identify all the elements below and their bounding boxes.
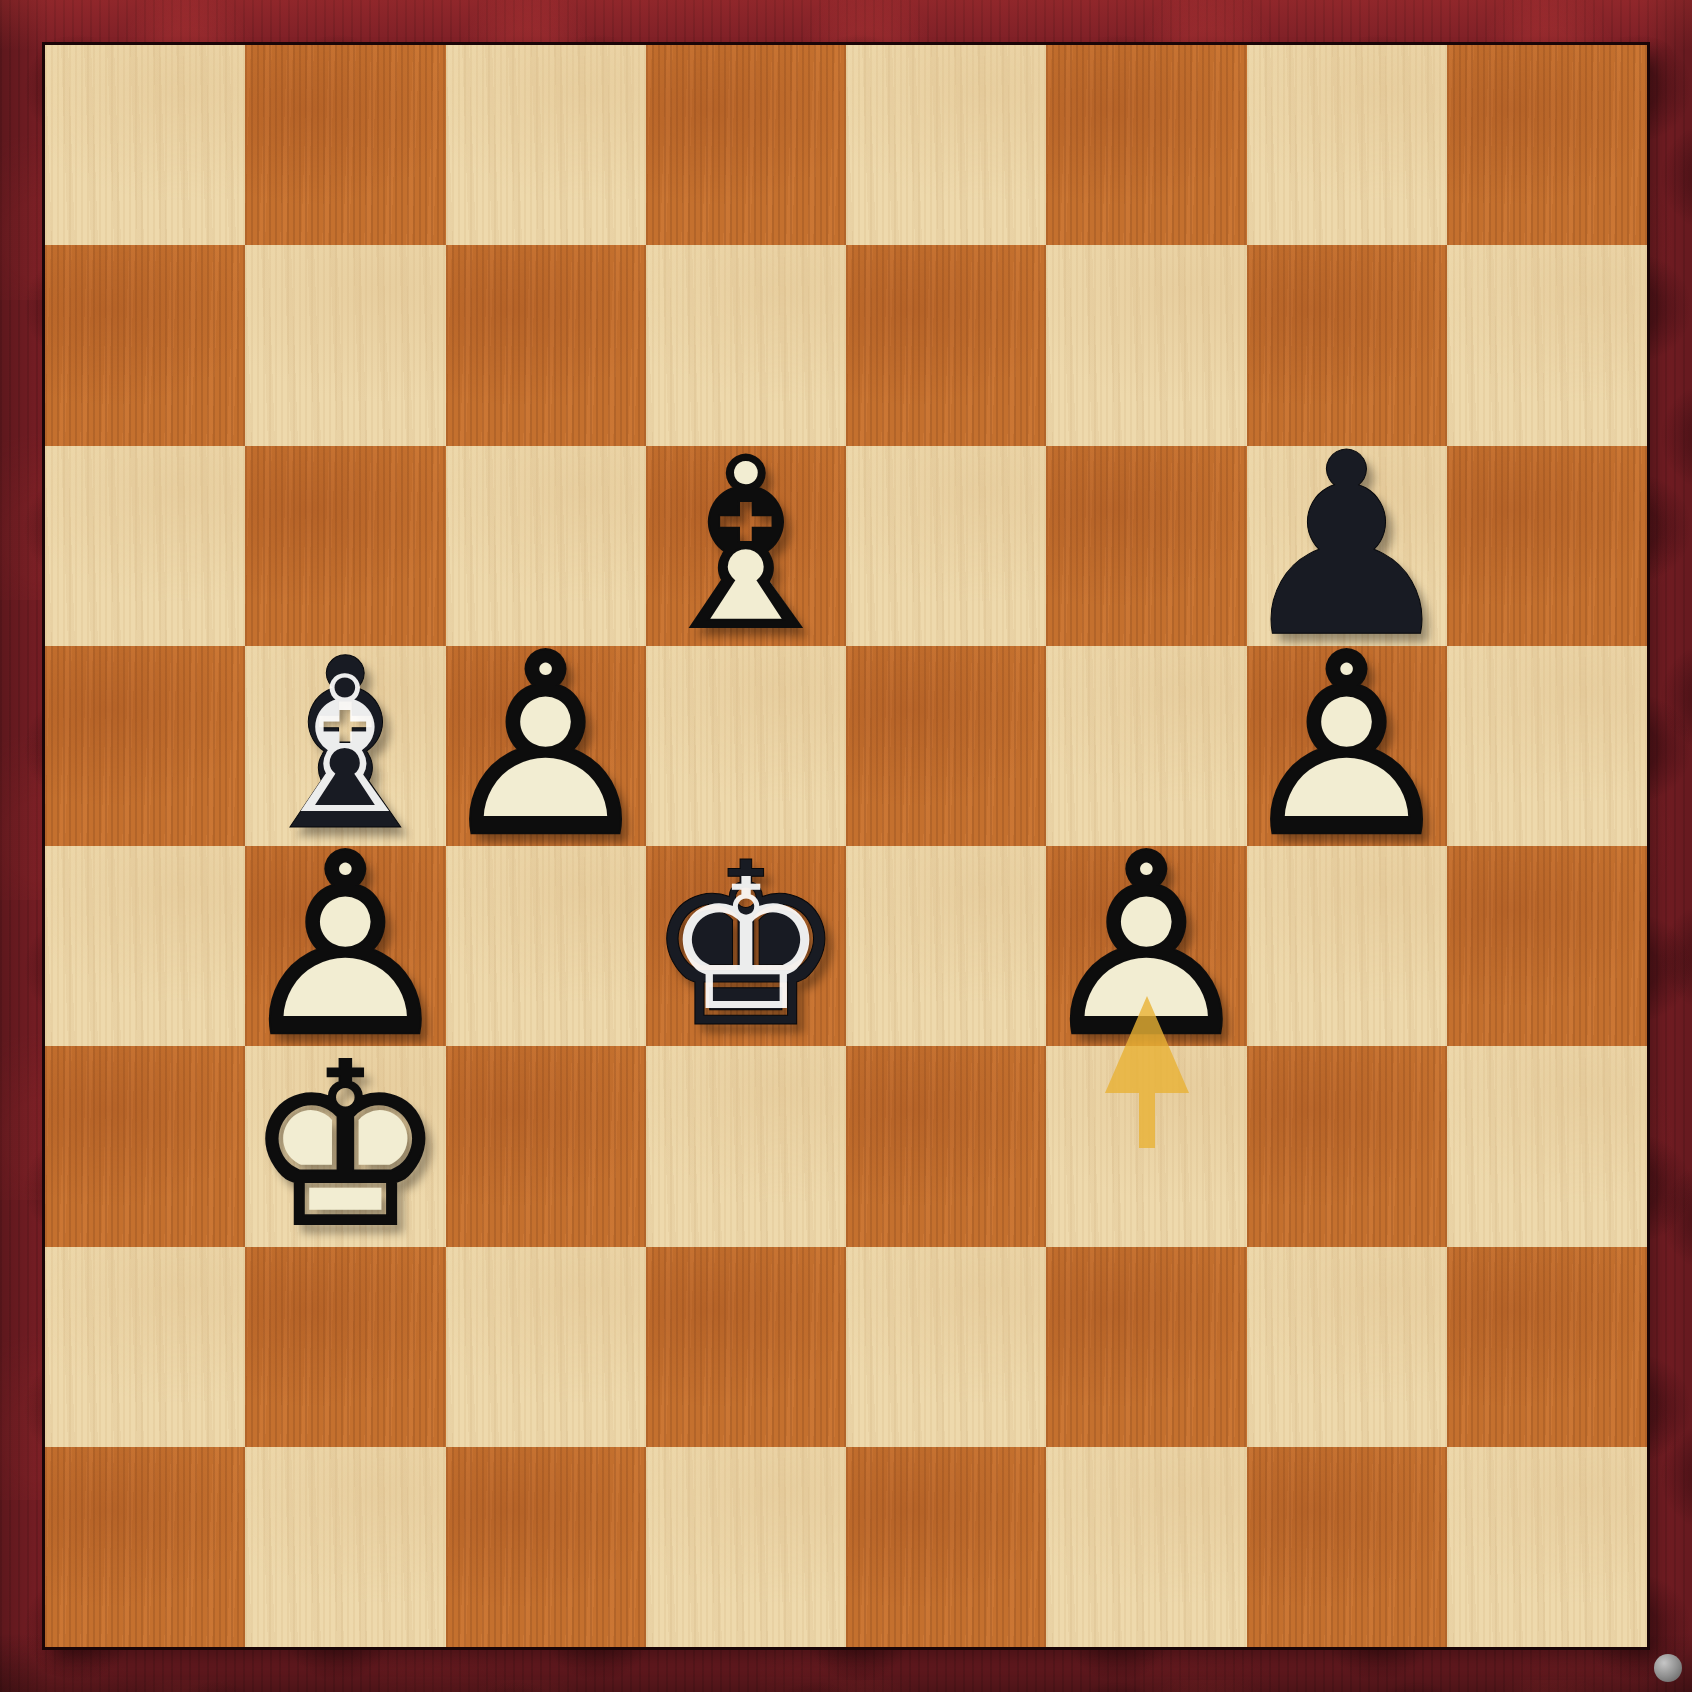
black-bishop-detail: ♗ <box>261 651 430 840</box>
square-b4[interactable]: ♟♙ <box>245 846 445 1046</box>
square-d4[interactable]: ♚♔ <box>646 846 846 1046</box>
square-d8[interactable] <box>646 45 846 245</box>
square-b2[interactable] <box>245 1247 445 1447</box>
square-a2[interactable] <box>45 1247 245 1447</box>
square-g7[interactable] <box>1247 245 1447 445</box>
square-f6[interactable] <box>1046 446 1246 646</box>
chess-board-widget: ♝♗♟♝♗♟♙♟♙♟♙♚♔♟♙♚♔ <box>0 0 1692 1692</box>
square-a4[interactable] <box>45 846 245 1046</box>
square-a3[interactable] <box>45 1046 245 1246</box>
white-bishop-detail: ♗ <box>640 428 852 664</box>
square-a6[interactable] <box>45 446 245 646</box>
square-e2[interactable] <box>846 1247 1046 1447</box>
square-a8[interactable] <box>45 45 245 245</box>
square-e6[interactable] <box>846 446 1046 646</box>
white-pawn-detail: ♙ <box>1234 620 1460 872</box>
square-h4[interactable] <box>1447 846 1647 1046</box>
square-g4[interactable] <box>1247 846 1447 1046</box>
square-a5[interactable] <box>45 646 245 846</box>
square-f4[interactable]: ♟♙ <box>1046 846 1246 1046</box>
square-d2[interactable] <box>646 1247 846 1447</box>
square-d3[interactable] <box>646 1046 846 1246</box>
white-pawn-glyph: ♟ <box>1033 820 1259 1072</box>
white-pawn-detail: ♙ <box>433 620 659 872</box>
white-king-b3[interactable]: ♚♔ <box>245 1046 445 1246</box>
square-d5[interactable] <box>646 646 846 846</box>
black-pawn-glyph: ♟ <box>1234 420 1460 672</box>
chess-board: ♝♗♟♝♗♟♙♟♙♟♙♚♔♟♙♚♔ <box>45 45 1647 1647</box>
square-h3[interactable] <box>1447 1046 1647 1246</box>
square-h2[interactable] <box>1447 1247 1647 1447</box>
white-pawn-glyph: ♟ <box>1234 620 1460 872</box>
square-a1[interactable] <box>45 1447 245 1647</box>
square-g5[interactable]: ♟♙ <box>1247 646 1447 846</box>
square-c2[interactable] <box>446 1247 646 1447</box>
square-d1[interactable] <box>646 1447 846 1647</box>
square-b7[interactable] <box>245 245 445 445</box>
square-e4[interactable] <box>846 846 1046 1046</box>
square-c5[interactable]: ♟♙ <box>446 646 646 846</box>
square-b5[interactable]: ♝♗ <box>245 646 445 846</box>
square-f2[interactable] <box>1046 1247 1246 1447</box>
black-king-detail: ♔ <box>665 856 827 1037</box>
square-g1[interactable] <box>1247 1447 1447 1647</box>
square-d7[interactable] <box>646 245 846 445</box>
black-bishop-b5[interactable]: ♝♗ <box>245 646 445 846</box>
black-king-d4[interactable]: ♚♔ <box>646 846 846 1046</box>
white-pawn-detail: ♙ <box>1033 820 1259 1072</box>
square-e5[interactable] <box>846 646 1046 846</box>
square-c3[interactable] <box>446 1046 646 1246</box>
white-pawn-detail: ♙ <box>232 820 458 1072</box>
square-c1[interactable] <box>446 1447 646 1647</box>
square-c8[interactable] <box>446 45 646 245</box>
black-king-glyph: ♚ <box>645 833 848 1059</box>
square-f3[interactable] <box>1046 1046 1246 1246</box>
square-f1[interactable] <box>1046 1447 1246 1647</box>
white-pawn-f4[interactable]: ♟♙ <box>1046 846 1246 1046</box>
square-d6[interactable]: ♝♗ <box>646 446 846 646</box>
square-e8[interactable] <box>846 45 1046 245</box>
white-bishop-glyph: ♝ <box>640 428 852 664</box>
square-g2[interactable] <box>1247 1247 1447 1447</box>
white-pawn-c5[interactable]: ♟♙ <box>446 646 646 846</box>
white-pawn-glyph: ♟ <box>433 620 659 872</box>
square-g8[interactable] <box>1247 45 1447 245</box>
square-b1[interactable] <box>245 1447 445 1647</box>
square-b6[interactable] <box>245 446 445 646</box>
board-resize-handle[interactable] <box>1654 1654 1682 1682</box>
square-h8[interactable] <box>1447 45 1647 245</box>
square-f5[interactable] <box>1046 646 1246 846</box>
black-pawn-g6[interactable]: ♟ <box>1247 446 1447 646</box>
square-h5[interactable] <box>1447 646 1647 846</box>
square-b3[interactable]: ♚♔ <box>245 1046 445 1246</box>
square-f8[interactable] <box>1046 45 1246 245</box>
square-e1[interactable] <box>846 1447 1046 1647</box>
square-g6[interactable]: ♟ <box>1247 446 1447 646</box>
white-king-glyph: ♚ <box>244 1033 447 1259</box>
white-pawn-b4[interactable]: ♟♙ <box>245 846 445 1046</box>
square-h6[interactable] <box>1447 446 1647 646</box>
square-g3[interactable] <box>1247 1046 1447 1246</box>
square-b8[interactable] <box>245 45 445 245</box>
square-h1[interactable] <box>1447 1447 1647 1647</box>
black-bishop-glyph: ♝ <box>240 628 452 864</box>
square-c4[interactable] <box>446 846 646 1046</box>
square-e3[interactable] <box>846 1046 1046 1246</box>
square-e7[interactable] <box>846 245 1046 445</box>
white-pawn-g5[interactable]: ♟♙ <box>1247 646 1447 846</box>
square-f7[interactable] <box>1046 245 1246 445</box>
white-bishop-d6[interactable]: ♝♗ <box>646 446 846 646</box>
square-a7[interactable] <box>45 245 245 445</box>
square-c6[interactable] <box>446 446 646 646</box>
white-pawn-glyph: ♟ <box>232 820 458 1072</box>
white-king-detail: ♔ <box>244 1033 447 1259</box>
square-h7[interactable] <box>1447 245 1647 445</box>
square-c7[interactable] <box>446 245 646 445</box>
